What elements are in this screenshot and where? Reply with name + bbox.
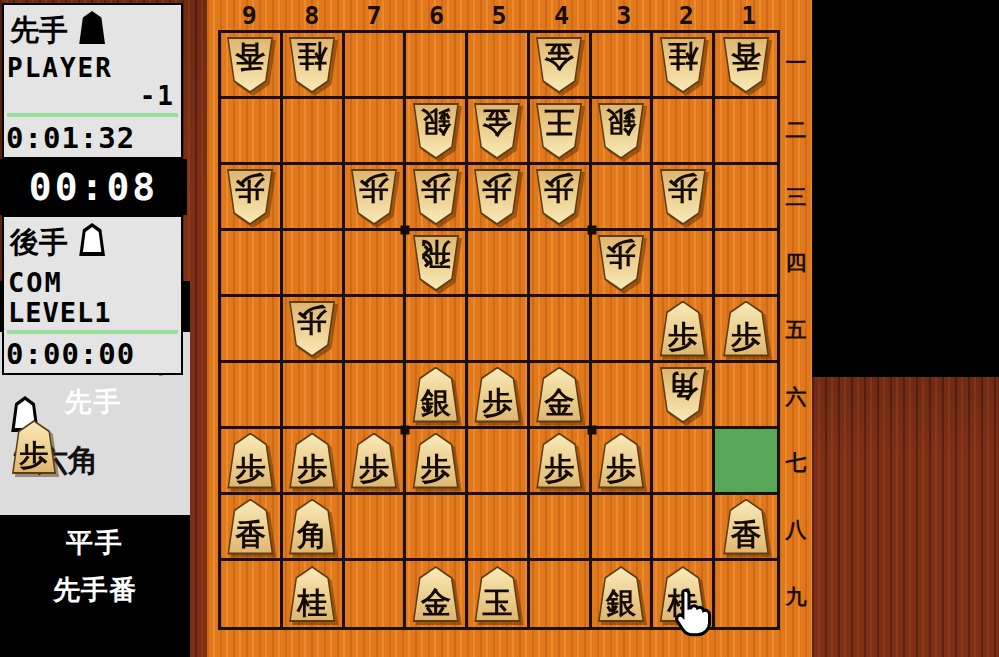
square-4六[interactable]: 金: [530, 363, 592, 429]
square-4三[interactable]: 歩: [530, 165, 592, 231]
sente-piece-歩[interactable]: 歩: [653, 297, 712, 360]
sente-header-text: 先手: [10, 13, 68, 47]
square-8五[interactable]: 歩: [283, 297, 345, 363]
file-label-7: 7: [343, 0, 405, 30]
sente-captured-pieces[interactable]: 歩: [10, 420, 58, 474]
square-3四[interactable]: 歩: [592, 231, 654, 297]
square-7五[interactable]: [345, 297, 407, 363]
square-3二[interactable]: 銀: [592, 99, 654, 165]
sente-hand-label: 先手: [0, 384, 187, 420]
rank-labels: 一二三四五六七八九: [781, 30, 811, 630]
square-5四[interactable]: [468, 231, 530, 297]
square-2六[interactable]: 角: [653, 363, 715, 429]
turn-label: 先手番: [53, 572, 137, 608]
gote-piece-歩[interactable]: 歩: [345, 165, 404, 228]
sente-piece-歩[interactable]: 歩: [715, 297, 777, 360]
square-9八[interactable]: 香: [221, 495, 283, 561]
square-1七[interactable]: [715, 429, 777, 495]
square-8九[interactable]: 桂: [283, 561, 345, 627]
file-label-4: 4: [530, 0, 592, 30]
rank-label-九: 九: [781, 563, 811, 630]
sente-piece-歩[interactable]: 歩: [345, 429, 404, 492]
file-label-3: 3: [593, 0, 655, 30]
square-8三[interactable]: [283, 165, 345, 231]
square-8一[interactable]: 桂: [283, 33, 345, 99]
square-9五[interactable]: [221, 297, 283, 363]
square-6八[interactable]: [406, 495, 468, 561]
sente-piece-歩[interactable]: 歩: [221, 429, 280, 492]
square-5九[interactable]: 玉: [468, 561, 530, 627]
sente-total-time: 0:01:32: [6, 121, 135, 155]
gote-piece-歩[interactable]: 歩: [592, 231, 651, 294]
square-1三[interactable]: [715, 165, 777, 231]
gote-piece-香[interactable]: 香: [221, 33, 280, 96]
handicap-label: 平手: [66, 525, 124, 561]
rank-label-六: 六: [781, 363, 811, 430]
square-4九[interactable]: [530, 561, 592, 627]
square-7二[interactable]: [345, 99, 407, 165]
square-9七[interactable]: 歩: [221, 429, 283, 495]
square-3九[interactable]: 銀: [592, 561, 654, 627]
square-2三[interactable]: 歩: [653, 165, 715, 231]
square-3六[interactable]: [592, 363, 654, 429]
square-7一[interactable]: [345, 33, 407, 99]
square-6六[interactable]: 銀: [406, 363, 468, 429]
square-3八[interactable]: [592, 495, 654, 561]
square-2二[interactable]: [653, 99, 715, 165]
file-label-8: 8: [280, 0, 342, 30]
square-4五[interactable]: [530, 297, 592, 363]
square-4八[interactable]: [530, 495, 592, 561]
hoshi-dot: [588, 426, 597, 435]
green-underline: [7, 113, 178, 117]
square-2一[interactable]: 桂: [653, 33, 715, 99]
sente-piece-香[interactable]: 香: [221, 495, 280, 558]
gote-total-time: 0:00:00: [6, 337, 135, 371]
gote-piece-歩[interactable]: 歩: [283, 297, 342, 360]
move-timer-band: 00:08: [0, 159, 187, 215]
square-9六[interactable]: [221, 363, 283, 429]
square-3七[interactable]: 歩: [592, 429, 654, 495]
file-label-6: 6: [405, 0, 467, 30]
square-1二[interactable]: [715, 99, 777, 165]
sente-piece-歩[interactable]: 歩: [406, 429, 465, 492]
gote-piece-歩[interactable]: 歩: [406, 165, 465, 228]
square-6一[interactable]: [406, 33, 468, 99]
file-label-5: 5: [468, 0, 530, 30]
player-name-line1: PLAYER: [7, 53, 113, 83]
gote-piece-銀[interactable]: 銀: [592, 99, 651, 162]
hoshi-dot: [401, 426, 410, 435]
sente-player-panel: 先手 PLAYER -1 0:01:32: [2, 3, 183, 159]
file-label-1: 1: [718, 0, 780, 30]
player-name-line2: -1: [140, 81, 175, 111]
sente-piece-銀[interactable]: 銀: [406, 363, 465, 426]
rank-label-七: 七: [781, 430, 811, 497]
square-5二[interactable]: 金: [468, 99, 530, 165]
square-2五[interactable]: 歩: [653, 297, 715, 363]
square-6九[interactable]: 金: [406, 561, 468, 627]
square-1六[interactable]: [715, 363, 777, 429]
square-2七[interactable]: [653, 429, 715, 495]
sente-piece-歩[interactable]: 歩: [530, 429, 589, 492]
square-1四[interactable]: [715, 231, 777, 297]
square-1一[interactable]: 香: [715, 33, 777, 99]
square-6五[interactable]: [406, 297, 468, 363]
gote-piece-歩[interactable]: 歩: [653, 165, 712, 228]
gote-piece-桂[interactable]: 桂: [653, 33, 712, 96]
square-2四[interactable]: [653, 231, 715, 297]
square-5五[interactable]: [468, 297, 530, 363]
gote-piece-香[interactable]: 香: [715, 33, 777, 96]
right-sidebar: [812, 0, 999, 657]
square-7九[interactable]: [345, 561, 407, 627]
gote-piece-outline-icon-small: [78, 223, 106, 256]
square-9二[interactable]: [221, 99, 283, 165]
square-9四[interactable]: [221, 231, 283, 297]
green-underline: [7, 330, 178, 334]
sente-piece-金[interactable]: 金: [406, 561, 465, 627]
rank-label-二: 二: [781, 97, 811, 164]
gote-piece-歩[interactable]: 歩: [468, 165, 527, 228]
square-6四[interactable]: 飛: [406, 231, 468, 297]
square-6三[interactable]: 歩: [406, 165, 468, 231]
gote-piece-銀[interactable]: 銀: [406, 99, 465, 162]
square-5一[interactable]: [468, 33, 530, 99]
gote-piece-金[interactable]: 金: [530, 33, 589, 96]
file-label-2: 2: [655, 0, 717, 30]
gote-piece-角[interactable]: 角: [653, 363, 712, 426]
square-9九[interactable]: [221, 561, 283, 627]
gote-piece-飛[interactable]: 飛: [406, 231, 465, 294]
rank-label-五: 五: [781, 297, 811, 364]
square-4七[interactable]: 歩: [530, 429, 592, 495]
file-label-9: 9: [218, 0, 280, 30]
hoshi-dot: [401, 226, 410, 235]
shogi-game-screen: 987654321 一二三四五六七八九 香桂金桂香銀金王銀歩歩歩歩歩歩飛歩歩歩歩…: [0, 0, 999, 657]
square-6七[interactable]: 歩: [406, 429, 468, 495]
square-9三[interactable]: 歩: [221, 165, 283, 231]
gote-header: 後手: [10, 223, 106, 263]
square-4四[interactable]: [530, 231, 592, 297]
square-3五[interactable]: [592, 297, 654, 363]
square-9一[interactable]: 香: [221, 33, 283, 99]
sente-piece-銀[interactable]: 銀: [592, 561, 651, 627]
sente-hand-wood: [812, 377, 999, 657]
square-8四[interactable]: [283, 231, 345, 297]
gote-piece-桂[interactable]: 桂: [283, 33, 342, 96]
move-timer: 00:08: [29, 165, 158, 209]
square-5三[interactable]: 歩: [468, 165, 530, 231]
gote-piece-金[interactable]: 金: [468, 99, 527, 162]
square-5七[interactable]: [468, 429, 530, 495]
gote-header-text: 後手: [10, 225, 68, 259]
square-8二[interactable]: [283, 99, 345, 165]
square-1九[interactable]: [715, 561, 777, 627]
sente-piece-金[interactable]: 金: [530, 363, 589, 426]
sente-piece-歩[interactable]: 歩: [592, 429, 651, 492]
square-5六[interactable]: 歩: [468, 363, 530, 429]
rank-label-三: 三: [781, 163, 811, 230]
square-1五[interactable]: 歩: [715, 297, 777, 363]
sente-piece-角[interactable]: 角: [283, 495, 342, 558]
hoshi-dot: [588, 226, 597, 235]
square-6二[interactable]: 銀: [406, 99, 468, 165]
file-labels: 987654321: [218, 0, 780, 30]
sente-piece-歩[interactable]: 歩: [468, 363, 527, 426]
sente-piece-歩[interactable]: 歩: [283, 429, 342, 492]
gote-piece-王[interactable]: 王: [530, 99, 589, 162]
square-2八[interactable]: [653, 495, 715, 561]
com-line1: COM: [8, 267, 63, 298]
sente-piece-玉[interactable]: 玉: [468, 561, 527, 627]
sente-header: 先手: [10, 11, 106, 51]
square-5八[interactable]: [468, 495, 530, 561]
square-7七[interactable]: 歩: [345, 429, 407, 495]
square-7四[interactable]: [345, 231, 407, 297]
sente-piece-香[interactable]: 香: [715, 495, 777, 558]
hand-cursor-icon: [666, 583, 718, 645]
square-8六[interactable]: [283, 363, 345, 429]
square-8七[interactable]: 歩: [283, 429, 345, 495]
sente-piece-filled-icon: [78, 11, 106, 44]
square-1八[interactable]: 香: [715, 495, 777, 561]
square-7三[interactable]: 歩: [345, 165, 407, 231]
gote-player-panel: 後手 COM LEVEL1 0:00:00: [2, 215, 183, 375]
square-4二[interactable]: 王: [530, 99, 592, 165]
gote-piece-歩[interactable]: 歩: [530, 165, 589, 228]
square-8八[interactable]: 角: [283, 495, 345, 561]
square-7六[interactable]: [345, 363, 407, 429]
shogi-board: 香桂金桂香銀金王銀歩歩歩歩歩歩飛歩歩歩歩銀歩金角歩歩歩歩歩歩香角香桂金玉銀桂: [218, 30, 780, 630]
square-7八[interactable]: [345, 495, 407, 561]
gote-piece-歩[interactable]: 歩: [221, 165, 280, 228]
sente-piece-桂[interactable]: 桂: [283, 561, 342, 627]
square-3一[interactable]: [592, 33, 654, 99]
rank-label-一: 一: [781, 30, 811, 97]
game-type-panel: 平手 先手番: [0, 515, 190, 657]
com-line2: LEVEL1: [8, 297, 112, 328]
rank-label-四: 四: [781, 230, 811, 297]
square-4一[interactable]: 金: [530, 33, 592, 99]
rank-label-八: 八: [781, 497, 811, 564]
sente-piece-歩[interactable]: 歩: [10, 420, 58, 474]
square-3三[interactable]: [592, 165, 654, 231]
